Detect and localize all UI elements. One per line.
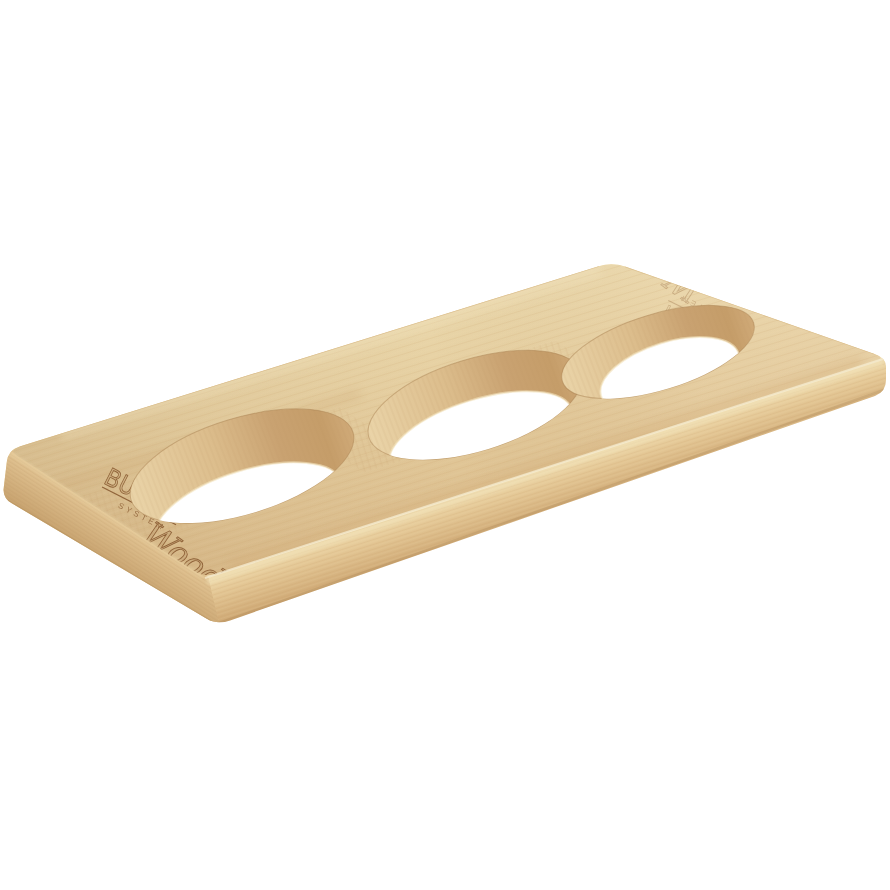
product-photo-canvas: BUFFET SYSTEM Wood BUFFET SYSTEM Wood — [0, 0, 890, 890]
buffet-board: BUFFET SYSTEM Wood BUFFET SYSTEM Wood — [0, 226, 890, 700]
wooden-buffet-board-photo: BUFFET SYSTEM Wood BUFFET SYSTEM Wood — [0, 0, 890, 890]
